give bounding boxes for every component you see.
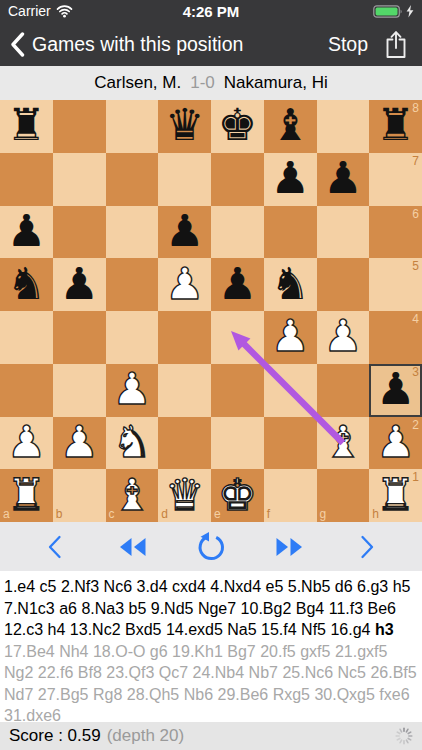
square-d4[interactable] bbox=[158, 311, 211, 364]
coord-rank-8: 8 bbox=[412, 102, 419, 114]
square-e4[interactable] bbox=[211, 311, 264, 364]
coord-rank-7: 7 bbox=[412, 155, 419, 167]
square-a8[interactable]: ♜ bbox=[0, 100, 53, 153]
piece-black-pawn: ♟ bbox=[7, 209, 46, 253]
piece-black-rook: ♜ bbox=[7, 103, 46, 147]
square-f4[interactable]: ♟ bbox=[264, 311, 317, 364]
piece-white-queen: ♛ bbox=[165, 473, 204, 517]
square-e7[interactable] bbox=[211, 153, 264, 206]
square-h3[interactable]: ♟3 bbox=[369, 364, 422, 417]
piece-black-knight: ♞ bbox=[270, 262, 309, 306]
piece-white-pawn: ♟ bbox=[165, 262, 204, 306]
square-c3[interactable]: ♟ bbox=[106, 364, 159, 417]
square-g7[interactable]: ♟ bbox=[317, 153, 370, 206]
piece-white-pawn: ♟ bbox=[376, 420, 415, 464]
playback-controls bbox=[0, 522, 422, 571]
square-f3[interactable] bbox=[264, 364, 317, 417]
share-button[interactable] bbox=[384, 30, 408, 59]
square-h5[interactable]: 5 bbox=[369, 258, 422, 311]
reset-rotate-button[interactable] bbox=[188, 525, 234, 569]
square-h2[interactable]: ♟2 bbox=[369, 417, 422, 470]
square-c7[interactable] bbox=[106, 153, 159, 206]
score-label: Score : 0.59 bbox=[9, 726, 101, 746]
square-h4[interactable]: 4 bbox=[369, 311, 422, 364]
engine-score-bar: Score : 0.59 (depth 20) bbox=[0, 722, 422, 750]
coord-file-h: h bbox=[372, 508, 379, 520]
square-g3[interactable] bbox=[317, 364, 370, 417]
square-d7[interactable] bbox=[158, 153, 211, 206]
square-b6[interactable] bbox=[53, 206, 106, 259]
square-b4[interactable] bbox=[53, 311, 106, 364]
depth-label: (depth 20) bbox=[107, 726, 185, 746]
chevron-right-icon bbox=[357, 534, 377, 560]
white-player-name: Carlsen, M. bbox=[94, 73, 181, 93]
square-e8[interactable]: ♚ bbox=[211, 100, 264, 153]
coord-file-e: e bbox=[214, 508, 221, 520]
square-h8[interactable]: ♜8 bbox=[369, 100, 422, 153]
square-c1[interactable]: ♝c bbox=[106, 469, 159, 522]
chevron-left-icon bbox=[10, 32, 25, 57]
piece-black-queen: ♛ bbox=[165, 103, 204, 147]
coord-file-g: g bbox=[320, 508, 327, 520]
square-a7[interactable] bbox=[0, 153, 53, 206]
square-b3[interactable] bbox=[53, 364, 106, 417]
square-f2[interactable] bbox=[264, 417, 317, 470]
moves-played[interactable]: 1.e4 c5 2.Nf3 Nc6 3.d4 cxd4 4.Nxd4 e5 5.… bbox=[4, 578, 411, 638]
lightning-bolt-icon bbox=[406, 5, 414, 18]
activity-spinner-icon bbox=[395, 727, 413, 745]
square-h6[interactable]: 6 bbox=[369, 206, 422, 259]
square-a1[interactable]: ♜a bbox=[0, 469, 53, 522]
square-g6[interactable] bbox=[317, 206, 370, 259]
battery-icon bbox=[373, 5, 404, 18]
wifi-icon bbox=[56, 5, 73, 18]
coord-file-a: a bbox=[3, 508, 10, 520]
square-b7[interactable] bbox=[53, 153, 106, 206]
piece-black-pawn: ♟ bbox=[376, 367, 415, 411]
piece-white-pawn: ♟ bbox=[270, 314, 309, 358]
jump-to-start-button[interactable] bbox=[110, 525, 156, 569]
game-result: 1-0 bbox=[190, 73, 215, 93]
piece-white-king: ♚ bbox=[218, 473, 257, 517]
square-a2[interactable]: ♟ bbox=[0, 417, 53, 470]
coord-rank-2: 2 bbox=[412, 419, 419, 431]
battery-group bbox=[373, 5, 414, 18]
piece-white-pawn: ♟ bbox=[7, 420, 46, 464]
square-c2[interactable]: ♞ bbox=[106, 417, 159, 470]
black-player-name: Nakamura, Hi bbox=[224, 73, 328, 93]
square-d2[interactable] bbox=[158, 417, 211, 470]
piece-white-knight: ♞ bbox=[112, 420, 151, 464]
square-a6[interactable]: ♟ bbox=[0, 206, 53, 259]
square-d6[interactable]: ♟ bbox=[158, 206, 211, 259]
chess-board: ♜♛♚♝♜8♟♟7♟♟6♞♟♟♟♞5♟♟4♟♟3♟♟♞♝♟2♜ab♝c♛d♚ef… bbox=[0, 100, 422, 522]
square-g2[interactable]: ♝ bbox=[317, 417, 370, 470]
square-g8[interactable] bbox=[317, 100, 370, 153]
jump-to-end-button[interactable] bbox=[266, 525, 312, 569]
square-f8[interactable]: ♝ bbox=[264, 100, 317, 153]
square-e3[interactable] bbox=[211, 364, 264, 417]
coord-file-d: d bbox=[161, 508, 168, 520]
game-header: Carlsen, M. 1-0 Nakamura, Hi bbox=[0, 66, 422, 100]
square-c6[interactable] bbox=[106, 206, 159, 259]
square-b1[interactable]: b bbox=[53, 469, 106, 522]
square-g5[interactable] bbox=[317, 258, 370, 311]
square-g4[interactable]: ♟ bbox=[317, 311, 370, 364]
piece-white-rook: ♜ bbox=[376, 473, 415, 517]
carrier-label: Carrier bbox=[8, 3, 51, 19]
piece-white-bishop: ♝ bbox=[323, 420, 362, 464]
step-back-button[interactable] bbox=[32, 525, 78, 569]
square-f6[interactable] bbox=[264, 206, 317, 259]
square-d3[interactable] bbox=[158, 364, 211, 417]
chevron-left-icon bbox=[45, 534, 65, 560]
coord-file-f: f bbox=[267, 508, 270, 520]
square-c5[interactable] bbox=[106, 258, 159, 311]
piece-black-pawn: ♟ bbox=[165, 209, 204, 253]
square-a3[interactable] bbox=[0, 364, 53, 417]
back-button[interactable]: Games with this position bbox=[10, 32, 243, 57]
square-a4[interactable] bbox=[0, 311, 53, 364]
square-e1[interactable]: ♚e bbox=[211, 469, 264, 522]
square-b5[interactable]: ♟ bbox=[53, 258, 106, 311]
moves-upcoming[interactable]: 17.Be4 Nh4 18.O-O g6 19.Kh1 Bg7 20.f5 gx… bbox=[4, 643, 417, 723]
square-a5[interactable]: ♞ bbox=[0, 258, 53, 311]
coord-rank-4: 4 bbox=[412, 313, 419, 325]
square-b2[interactable]: ♟ bbox=[53, 417, 106, 470]
square-c8[interactable] bbox=[106, 100, 159, 153]
rotate-ccw-icon bbox=[195, 531, 227, 563]
piece-white-bishop: ♝ bbox=[112, 473, 151, 517]
coord-file-c: c bbox=[109, 508, 115, 520]
double-chevron-left-icon bbox=[118, 537, 148, 557]
piece-black-pawn: ♟ bbox=[270, 156, 309, 200]
top-bar: Carrier 4:26 PM bbox=[0, 0, 422, 66]
square-e6[interactable] bbox=[211, 206, 264, 259]
coord-rank-3: 3 bbox=[412, 366, 419, 378]
square-c4[interactable] bbox=[106, 311, 159, 364]
piece-black-pawn: ♟ bbox=[59, 262, 98, 306]
move-list: 1.e4 c5 2.Nf3 Nc6 3.d4 cxd4 4.Nxd4 e5 5.… bbox=[0, 571, 422, 722]
coord-rank-1: 1 bbox=[412, 471, 419, 483]
square-b8[interactable] bbox=[53, 100, 106, 153]
coord-file-b: b bbox=[56, 508, 63, 520]
square-g1[interactable]: g bbox=[317, 469, 370, 522]
carrier-group: Carrier bbox=[8, 3, 73, 19]
nav-bar: Games with this position Stop bbox=[0, 22, 422, 66]
chess-app-screen: Carrier 4:26 PM bbox=[0, 0, 422, 750]
share-square-arrow-up-icon bbox=[384, 30, 408, 59]
step-forward-button[interactable] bbox=[344, 525, 390, 569]
piece-black-pawn: ♟ bbox=[218, 262, 257, 306]
square-h1[interactable]: ♜1h bbox=[369, 469, 422, 522]
square-f5[interactable]: ♞ bbox=[264, 258, 317, 311]
square-e2[interactable] bbox=[211, 417, 264, 470]
coord-rank-6: 6 bbox=[412, 208, 419, 220]
square-h7[interactable]: 7 bbox=[369, 153, 422, 206]
square-e5[interactable]: ♟ bbox=[211, 258, 264, 311]
double-chevron-right-icon bbox=[274, 537, 304, 557]
piece-black-knight: ♞ bbox=[7, 262, 46, 306]
piece-black-bishop: ♝ bbox=[270, 103, 309, 147]
stop-button[interactable]: Stop bbox=[328, 33, 368, 56]
coord-rank-5: 5 bbox=[412, 260, 419, 272]
piece-black-king: ♚ bbox=[218, 103, 257, 147]
piece-white-rook: ♜ bbox=[7, 473, 46, 517]
piece-white-pawn: ♟ bbox=[112, 367, 151, 411]
piece-white-pawn: ♟ bbox=[323, 314, 362, 358]
square-d8[interactable]: ♛ bbox=[158, 100, 211, 153]
square-d5[interactable]: ♟ bbox=[158, 258, 211, 311]
current-move[interactable]: h3 bbox=[375, 621, 394, 638]
nav-back-label: Games with this position bbox=[32, 33, 243, 56]
status-bar: Carrier 4:26 PM bbox=[0, 0, 422, 22]
piece-white-pawn: ♟ bbox=[59, 420, 98, 464]
square-d1[interactable]: ♛d bbox=[158, 469, 211, 522]
piece-black-pawn: ♟ bbox=[323, 156, 362, 200]
piece-black-rook: ♜ bbox=[376, 103, 415, 147]
square-f7[interactable]: ♟ bbox=[264, 153, 317, 206]
square-f1[interactable]: f bbox=[264, 469, 317, 522]
